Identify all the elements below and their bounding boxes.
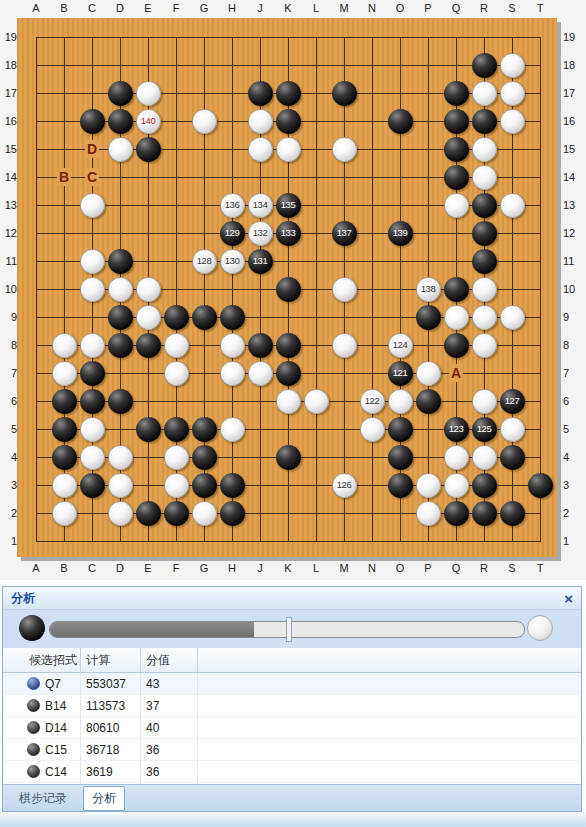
coord-label: 11 bbox=[563, 254, 581, 268]
stone-R4 bbox=[472, 445, 497, 470]
stone-B7 bbox=[52, 361, 77, 386]
coord-label: 4 bbox=[2, 450, 17, 464]
coord-label: 19 bbox=[563, 30, 581, 44]
move-number-label: 131 bbox=[253, 256, 267, 266]
stone-G5 bbox=[192, 417, 217, 442]
candidate-move-table: 候选招式 计算 分值 Q755303743B1411357337D1480610… bbox=[3, 648, 581, 784]
stone-M15 bbox=[332, 137, 357, 162]
coord-label: 7 bbox=[2, 366, 17, 380]
stone-R17 bbox=[472, 81, 497, 106]
coord-label: F bbox=[165, 1, 187, 15]
stone-D3 bbox=[108, 473, 133, 498]
coord-label: 8 bbox=[2, 338, 17, 352]
stone-Q9 bbox=[444, 305, 469, 330]
move-number-label: 125 bbox=[477, 424, 491, 434]
coord-label: 12 bbox=[563, 226, 581, 240]
stone-D10 bbox=[108, 277, 133, 302]
panel-title: 分析 bbox=[11, 590, 564, 607]
coord-label: 8 bbox=[563, 338, 581, 352]
stone-C6 bbox=[80, 389, 105, 414]
stone-C13 bbox=[80, 193, 105, 218]
stone-G4 bbox=[192, 445, 217, 470]
calculation-count: 3619 bbox=[81, 761, 141, 782]
black-stone-icon bbox=[19, 615, 45, 641]
coord-label: T bbox=[529, 561, 551, 575]
stone-P7 bbox=[416, 361, 441, 386]
coord-label: E bbox=[137, 561, 159, 575]
stone-J13: 134 bbox=[248, 193, 273, 218]
header-score: 分值 bbox=[141, 648, 198, 672]
coord-label: 17 bbox=[2, 86, 17, 100]
stone-S13 bbox=[500, 193, 525, 218]
coord-label: E bbox=[137, 1, 159, 15]
coord-label: C bbox=[81, 1, 103, 15]
stone-K7 bbox=[276, 361, 301, 386]
go-board-area: 1401361341351291321331371391281301311381… bbox=[0, 0, 586, 580]
stone-M10 bbox=[332, 277, 357, 302]
coord-label: K bbox=[277, 1, 299, 15]
move-number-label: 135 bbox=[281, 200, 295, 210]
stone-R10 bbox=[472, 277, 497, 302]
candidate-row-Q7[interactable]: Q755303743 bbox=[3, 673, 581, 695]
move-number-label: 138 bbox=[421, 284, 435, 294]
winrate-slider-row bbox=[3, 610, 581, 648]
candidate-row-D14[interactable]: D148061040 bbox=[3, 717, 581, 739]
coord-label: 19 bbox=[2, 30, 17, 44]
stone-B3 bbox=[52, 473, 77, 498]
stone-R14 bbox=[472, 165, 497, 190]
stone-H11: 130 bbox=[220, 249, 245, 274]
stone-D2 bbox=[108, 501, 133, 526]
coord-label: 3 bbox=[2, 478, 17, 492]
header-candidate-move: 候选招式 bbox=[3, 648, 81, 672]
stone-K8 bbox=[276, 333, 301, 358]
stone-B4 bbox=[52, 445, 77, 470]
coord-label: A bbox=[25, 561, 47, 575]
stone-P2 bbox=[416, 501, 441, 526]
stone-F5 bbox=[164, 417, 189, 442]
window-bottom-edge bbox=[0, 812, 586, 827]
coord-label: 5 bbox=[2, 422, 17, 436]
coord-label: B bbox=[53, 1, 75, 15]
stone-H9 bbox=[220, 305, 245, 330]
stone-M12: 137 bbox=[332, 221, 357, 246]
stone-R8 bbox=[472, 333, 497, 358]
coord-label: R bbox=[473, 561, 495, 575]
score-value: 36 bbox=[141, 761, 198, 782]
stone-O4 bbox=[388, 445, 413, 470]
candidate-row-C14[interactable]: C14361936 bbox=[3, 761, 581, 783]
stone-K4 bbox=[276, 445, 301, 470]
calculation-count: 553037 bbox=[81, 673, 141, 694]
letter-annotation-B: B bbox=[57, 168, 71, 186]
coord-label: 17 bbox=[563, 86, 581, 100]
stone-C3 bbox=[80, 473, 105, 498]
stone-bullet-icon bbox=[27, 743, 40, 756]
stone-bullet-icon bbox=[27, 699, 40, 712]
score-value: 43 bbox=[141, 673, 198, 694]
candidate-move: C15 bbox=[45, 743, 67, 757]
tab-analysis[interactable]: 分析 bbox=[83, 786, 125, 811]
stone-D16 bbox=[108, 109, 133, 134]
coord-label: M bbox=[333, 561, 355, 575]
coord-label: 13 bbox=[563, 198, 581, 212]
candidate-move: D14 bbox=[45, 721, 67, 735]
stone-R3 bbox=[472, 473, 497, 498]
stone-S4 bbox=[500, 445, 525, 470]
coord-label: 4 bbox=[563, 450, 581, 464]
coord-label: P bbox=[417, 1, 439, 15]
coord-label: 14 bbox=[2, 170, 17, 184]
stone-K13: 135 bbox=[276, 193, 301, 218]
stone-F7 bbox=[164, 361, 189, 386]
stone-O8: 124 bbox=[388, 333, 413, 358]
stone-C16 bbox=[80, 109, 105, 134]
coord-label: L bbox=[305, 561, 327, 575]
stone-C10 bbox=[80, 277, 105, 302]
score-value: 36 bbox=[141, 739, 198, 760]
score-value: 40 bbox=[141, 717, 198, 738]
stone-J7 bbox=[248, 361, 273, 386]
letter-annotation-D: D bbox=[85, 140, 99, 158]
close-icon[interactable]: × bbox=[564, 591, 573, 606]
coord-label: K bbox=[277, 561, 299, 575]
coord-label: 15 bbox=[2, 142, 17, 156]
stone-L6 bbox=[304, 389, 329, 414]
stone-G16 bbox=[192, 109, 217, 134]
coord-label: S bbox=[501, 561, 523, 575]
stone-G3 bbox=[192, 473, 217, 498]
stone-H3 bbox=[220, 473, 245, 498]
stone-J17 bbox=[248, 81, 273, 106]
stone-F9 bbox=[164, 305, 189, 330]
coord-label: R bbox=[473, 1, 495, 15]
stone-bullet-icon bbox=[27, 721, 40, 734]
coord-label: 15 bbox=[563, 142, 581, 156]
stone-D11 bbox=[108, 249, 133, 274]
coord-label: Q bbox=[445, 1, 467, 15]
stone-E16: 140 bbox=[136, 109, 161, 134]
stone-O7: 121 bbox=[388, 361, 413, 386]
stone-bullet-icon bbox=[27, 765, 40, 778]
coord-label: N bbox=[361, 1, 383, 15]
move-number-label: 132 bbox=[253, 228, 267, 238]
score-value: 37 bbox=[141, 695, 198, 716]
stone-H7 bbox=[220, 361, 245, 386]
stone-Q13 bbox=[444, 193, 469, 218]
stone-D15 bbox=[108, 137, 133, 162]
move-number-label: 126 bbox=[337, 480, 351, 490]
stone-N6: 122 bbox=[360, 389, 385, 414]
coord-label: 1 bbox=[563, 534, 581, 548]
stone-M17 bbox=[332, 81, 357, 106]
coord-label: 18 bbox=[2, 58, 17, 72]
stone-R13 bbox=[472, 193, 497, 218]
coord-label: J bbox=[249, 561, 271, 575]
stone-R9 bbox=[472, 305, 497, 330]
winrate-slider-handle[interactable] bbox=[286, 617, 292, 642]
table-header-row: 候选招式 计算 分值 bbox=[3, 648, 581, 673]
stone-H12: 129 bbox=[220, 221, 245, 246]
stone-B2 bbox=[52, 501, 77, 526]
candidate-move: B14 bbox=[45, 699, 66, 713]
stone-H8 bbox=[220, 333, 245, 358]
stone-S9 bbox=[500, 305, 525, 330]
coord-label: 11 bbox=[2, 254, 17, 268]
calculation-count: 36718 bbox=[81, 739, 141, 760]
letter-annotation-A: A bbox=[449, 364, 463, 382]
move-number-label: 133 bbox=[281, 228, 295, 238]
stone-J12: 132 bbox=[248, 221, 273, 246]
stone-C5 bbox=[80, 417, 105, 442]
stone-R18 bbox=[472, 53, 497, 78]
move-number-label: 123 bbox=[449, 424, 463, 434]
coord-label: 1 bbox=[2, 534, 17, 548]
coord-label: N bbox=[361, 561, 383, 575]
coord-label: 5 bbox=[563, 422, 581, 436]
stone-P6 bbox=[416, 389, 441, 414]
analysis-panel: 分析 × 候选招式 计算 分值 Q755303743B1411357337D14… bbox=[2, 586, 582, 812]
coord-label: 2 bbox=[563, 506, 581, 520]
stone-G2 bbox=[192, 501, 217, 526]
stone-D6 bbox=[108, 389, 133, 414]
stone-N5 bbox=[360, 417, 385, 442]
stone-R2 bbox=[472, 501, 497, 526]
coord-label: 3 bbox=[563, 478, 581, 492]
stone-Q15 bbox=[444, 137, 469, 162]
coord-label: B bbox=[53, 561, 75, 575]
stone-Q16 bbox=[444, 109, 469, 134]
candidate-row-B14[interactable]: B1411357337 bbox=[3, 695, 581, 717]
stone-F4 bbox=[164, 445, 189, 470]
stone-E17 bbox=[136, 81, 161, 106]
move-number-label: 121 bbox=[393, 368, 407, 378]
panel-tab-bar: 棋步记录 分析 bbox=[3, 784, 581, 811]
stone-C8 bbox=[80, 333, 105, 358]
candidate-move: Q7 bbox=[45, 677, 61, 691]
stone-K17 bbox=[276, 81, 301, 106]
stone-Q4 bbox=[444, 445, 469, 470]
tab-move-record[interactable]: 棋步记录 bbox=[11, 787, 75, 810]
coord-label: F bbox=[165, 561, 187, 575]
stone-K6 bbox=[276, 389, 301, 414]
stone-S2 bbox=[500, 501, 525, 526]
coord-label: H bbox=[221, 1, 243, 15]
move-number-label: 127 bbox=[505, 396, 519, 406]
stone-Q2 bbox=[444, 501, 469, 526]
header-calculation: 计算 bbox=[81, 648, 141, 672]
stone-P10: 138 bbox=[416, 277, 441, 302]
coord-label: 14 bbox=[563, 170, 581, 184]
stone-B5 bbox=[52, 417, 77, 442]
stone-K10 bbox=[276, 277, 301, 302]
move-number-label: 122 bbox=[365, 396, 379, 406]
stone-T3 bbox=[528, 473, 553, 498]
stone-G11: 128 bbox=[192, 249, 217, 274]
stone-F3 bbox=[164, 473, 189, 498]
coord-label: 9 bbox=[563, 310, 581, 324]
stone-J8 bbox=[248, 333, 273, 358]
move-number-label: 140 bbox=[141, 116, 155, 126]
coord-label: D bbox=[109, 1, 131, 15]
move-number-label: 128 bbox=[197, 256, 211, 266]
coord-label: L bbox=[305, 1, 327, 15]
stone-S5 bbox=[500, 417, 525, 442]
stone-B8 bbox=[52, 333, 77, 358]
stone-Q14 bbox=[444, 165, 469, 190]
stone-E5 bbox=[136, 417, 161, 442]
stone-G9 bbox=[192, 305, 217, 330]
move-number-label: 139 bbox=[393, 228, 407, 238]
stone-O5 bbox=[388, 417, 413, 442]
coord-label: 16 bbox=[563, 114, 581, 128]
calculation-count: 80610 bbox=[81, 717, 141, 738]
stone-J11: 131 bbox=[248, 249, 273, 274]
coord-label: 12 bbox=[2, 226, 17, 240]
stone-M3: 126 bbox=[332, 473, 357, 498]
analysis-panel-header: 分析 × bbox=[3, 587, 581, 610]
coord-label: 18 bbox=[563, 58, 581, 72]
stone-B6 bbox=[52, 389, 77, 414]
stone-F2 bbox=[164, 501, 189, 526]
stone-R16 bbox=[472, 109, 497, 134]
candidate-move: C14 bbox=[45, 765, 67, 779]
move-number-label: 130 bbox=[225, 256, 239, 266]
stone-C4 bbox=[80, 445, 105, 470]
stone-R6 bbox=[472, 389, 497, 414]
white-stone-icon bbox=[527, 615, 553, 641]
stone-S6: 127 bbox=[500, 389, 525, 414]
stone-E9 bbox=[136, 305, 161, 330]
coord-label: A bbox=[25, 1, 47, 15]
stone-D8 bbox=[108, 333, 133, 358]
coord-label: G bbox=[193, 561, 215, 575]
coord-label: T bbox=[529, 1, 551, 15]
coord-label: 7 bbox=[563, 366, 581, 380]
stone-Q3 bbox=[444, 473, 469, 498]
stone-E8 bbox=[136, 333, 161, 358]
stone-R11 bbox=[472, 249, 497, 274]
move-number-label: 124 bbox=[393, 340, 407, 350]
stone-K15 bbox=[276, 137, 301, 162]
stone-O6 bbox=[388, 389, 413, 414]
stone-H13: 136 bbox=[220, 193, 245, 218]
stone-Q10 bbox=[444, 277, 469, 302]
stone-P9 bbox=[416, 305, 441, 330]
coord-label: C bbox=[81, 561, 103, 575]
move-number-label: 136 bbox=[225, 200, 239, 210]
coord-label: D bbox=[109, 561, 131, 575]
coord-label: 6 bbox=[2, 394, 17, 408]
stone-O16 bbox=[388, 109, 413, 134]
stone-S17 bbox=[500, 81, 525, 106]
coord-label: 6 bbox=[563, 394, 581, 408]
stone-K16 bbox=[276, 109, 301, 134]
stone-D4 bbox=[108, 445, 133, 470]
move-number-label: 134 bbox=[253, 200, 267, 210]
move-number-label: 137 bbox=[337, 228, 351, 238]
coord-label: O bbox=[389, 1, 411, 15]
stone-C7 bbox=[80, 361, 105, 386]
board-grid[interactable]: 1401361341351291321331371391281301311381… bbox=[36, 37, 541, 542]
go-app-window: 1401361341351291321331371391281301311381… bbox=[0, 0, 586, 827]
coord-label: M bbox=[333, 1, 355, 15]
stone-C11 bbox=[80, 249, 105, 274]
move-number-label: 129 bbox=[225, 228, 239, 238]
stone-Q5: 123 bbox=[444, 417, 469, 442]
stone-H2 bbox=[220, 501, 245, 526]
coord-label: O bbox=[389, 561, 411, 575]
stone-Q8 bbox=[444, 333, 469, 358]
coord-label: 16 bbox=[2, 114, 17, 128]
coord-label: S bbox=[501, 1, 523, 15]
stone-D17 bbox=[108, 81, 133, 106]
stone-S16 bbox=[500, 109, 525, 134]
coord-label: J bbox=[249, 1, 271, 15]
calculation-count: 113573 bbox=[81, 695, 141, 716]
stone-Q17 bbox=[444, 81, 469, 106]
stone-E15 bbox=[136, 137, 161, 162]
stone-F8 bbox=[164, 333, 189, 358]
winrate-slider-fill bbox=[50, 622, 254, 637]
coord-label: 10 bbox=[563, 282, 581, 296]
candidate-row-C15[interactable]: C153671836 bbox=[3, 739, 581, 761]
letter-annotation-C: C bbox=[85, 168, 99, 186]
coord-label: 9 bbox=[2, 310, 17, 324]
stone-E10 bbox=[136, 277, 161, 302]
stone-bullet-icon bbox=[27, 677, 40, 690]
stone-J16 bbox=[248, 109, 273, 134]
coord-label: 13 bbox=[2, 198, 17, 212]
stone-J15 bbox=[248, 137, 273, 162]
stone-M8 bbox=[332, 333, 357, 358]
stone-R5: 125 bbox=[472, 417, 497, 442]
stone-O3 bbox=[388, 473, 413, 498]
stone-K12: 133 bbox=[276, 221, 301, 246]
stone-E2 bbox=[136, 501, 161, 526]
coord-label: H bbox=[221, 561, 243, 575]
coord-label: 2 bbox=[2, 506, 17, 520]
stone-R12 bbox=[472, 221, 497, 246]
stone-R15 bbox=[472, 137, 497, 162]
coord-label: P bbox=[417, 561, 439, 575]
coord-label: G bbox=[193, 1, 215, 15]
stone-H5 bbox=[220, 417, 245, 442]
stone-S18 bbox=[500, 53, 525, 78]
stone-O12: 139 bbox=[388, 221, 413, 246]
stone-P3 bbox=[416, 473, 441, 498]
coord-label: Q bbox=[445, 561, 467, 575]
stone-D9 bbox=[108, 305, 133, 330]
coord-label: 10 bbox=[2, 282, 17, 296]
table-body: Q755303743B1411357337D148061040C15367183… bbox=[3, 673, 581, 783]
